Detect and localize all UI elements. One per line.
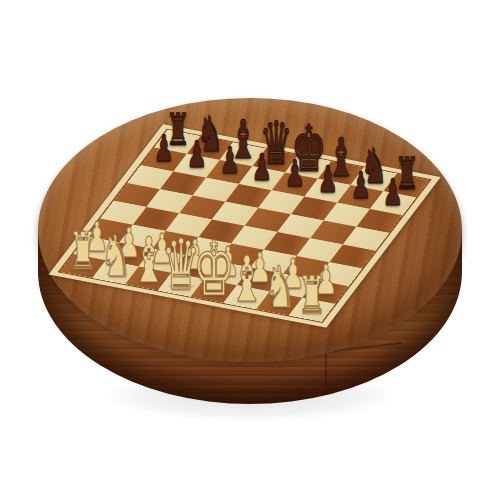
piece-black-pawn-c7[interactable]: ♟	[219, 144, 239, 181]
piece-black-pawn-d7[interactable]: ♟	[252, 150, 272, 187]
piece-white-rook-a1[interactable]: ♜	[69, 226, 98, 278]
piece-black-pawn-b7[interactable]: ♟	[187, 137, 207, 174]
piece-black-pawn-h7[interactable]: ♟	[383, 175, 403, 212]
piece-white-knight-g1[interactable]: ♞	[264, 259, 296, 316]
piece-black-pawn-e7[interactable]: ♟	[285, 156, 305, 193]
piece-white-knight-b1[interactable]: ♞	[100, 228, 132, 285]
piece-white-rook-h1[interactable]: ♜	[298, 270, 327, 322]
piece-black-pawn-a7[interactable]: ♟	[154, 131, 174, 168]
piece-black-pawn-f7[interactable]: ♟	[318, 162, 338, 199]
drawer-seam-edge	[325, 349, 327, 387]
piece-black-pawn-g7[interactable]: ♟	[350, 169, 370, 206]
piece-white-bishop-f1[interactable]: ♝	[229, 249, 264, 312]
product-photo: ♜♞♝♛♚♝♞♜♟♟♟♟♟♟♟♟♟♟♟♟♟♟♟♟♜♞♝♛♚♝♞♜	[0, 0, 500, 500]
